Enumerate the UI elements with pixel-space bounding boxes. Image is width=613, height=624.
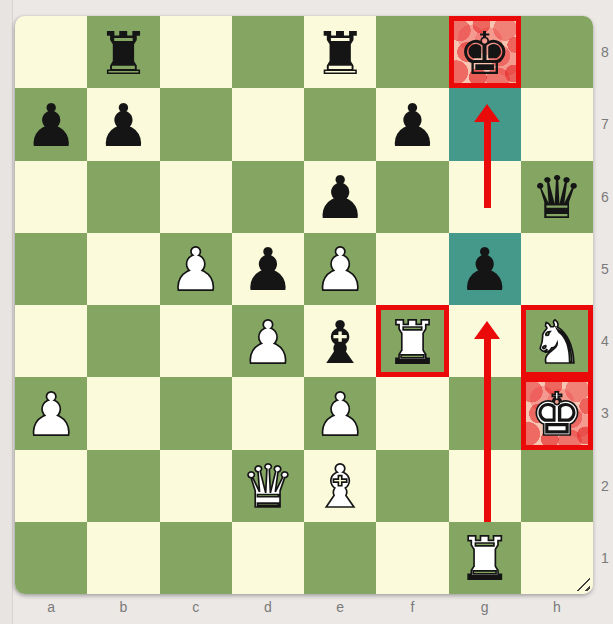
square-e5[interactable]: ♟ bbox=[304, 233, 376, 305]
square-f4[interactable]: ♜ bbox=[376, 305, 448, 377]
file-label-b: b bbox=[87, 597, 159, 617]
square-a4[interactable] bbox=[15, 305, 87, 377]
square-c1[interactable] bbox=[160, 522, 232, 594]
square-h2[interactable] bbox=[521, 450, 593, 522]
chess-board[interactable]: ♜♜♚♟♟♟♟♛♟♟♟♟♟♝♜♞♟♟♚♛♝♜ bbox=[15, 16, 593, 594]
square-a5[interactable] bbox=[15, 233, 87, 305]
square-d5[interactable]: ♟ bbox=[232, 233, 304, 305]
square-c2[interactable] bbox=[160, 450, 232, 522]
square-b5[interactable] bbox=[87, 233, 159, 305]
file-label-a: a bbox=[15, 597, 87, 617]
square-c8[interactable] bbox=[160, 16, 232, 88]
square-f8[interactable] bbox=[376, 16, 448, 88]
piece-white-pawn-a3[interactable]: ♟ bbox=[15, 377, 87, 449]
file-label-g: g bbox=[449, 597, 521, 617]
piece-black-pawn-b7[interactable]: ♟ bbox=[87, 88, 159, 160]
rank-label-5: 5 bbox=[597, 233, 613, 305]
square-f7[interactable]: ♟ bbox=[376, 88, 448, 160]
piece-white-pawn-e3[interactable]: ♟ bbox=[304, 377, 376, 449]
square-c4[interactable] bbox=[160, 305, 232, 377]
rank-label-4: 4 bbox=[597, 305, 613, 377]
square-e7[interactable] bbox=[304, 88, 376, 160]
piece-black-bishop-e4[interactable]: ♝ bbox=[304, 305, 376, 377]
square-f2[interactable] bbox=[376, 450, 448, 522]
piece-black-rook-b8[interactable]: ♜ bbox=[87, 16, 159, 88]
square-e6[interactable]: ♟ bbox=[304, 161, 376, 233]
red-arrow-shaft-g-0 bbox=[484, 120, 491, 208]
piece-black-pawn-a7[interactable]: ♟ bbox=[15, 88, 87, 160]
piece-white-queen-d2[interactable]: ♛ bbox=[232, 450, 304, 522]
piece-white-pawn-d4[interactable]: ♟ bbox=[232, 305, 304, 377]
piece-black-rook-e8[interactable]: ♜ bbox=[304, 16, 376, 88]
piece-white-knight-h4[interactable]: ♞ bbox=[521, 305, 593, 377]
square-b6[interactable] bbox=[87, 161, 159, 233]
piece-black-pawn-f7[interactable]: ♟ bbox=[376, 88, 448, 160]
rank-label-7: 7 bbox=[597, 88, 613, 160]
piece-black-king-g8[interactable]: ♚ bbox=[449, 16, 521, 88]
square-f3[interactable] bbox=[376, 377, 448, 449]
piece-white-king-h3[interactable]: ♚ bbox=[521, 377, 593, 449]
piece-white-pawn-c5[interactable]: ♟ bbox=[160, 233, 232, 305]
square-e1[interactable] bbox=[304, 522, 376, 594]
piece-white-rook-f4[interactable]: ♜ bbox=[376, 305, 448, 377]
square-g1[interactable]: ♜ bbox=[449, 522, 521, 594]
square-e3[interactable]: ♟ bbox=[304, 377, 376, 449]
red-arrow-head-g-1 bbox=[474, 321, 500, 339]
file-label-d: d bbox=[232, 597, 304, 617]
piece-black-queen-h6[interactable]: ♛ bbox=[521, 161, 593, 233]
square-e8[interactable]: ♜ bbox=[304, 16, 376, 88]
piece-white-pawn-e5[interactable]: ♟ bbox=[304, 233, 376, 305]
file-label-c: c bbox=[160, 597, 232, 617]
square-c6[interactable] bbox=[160, 161, 232, 233]
square-d3[interactable] bbox=[232, 377, 304, 449]
square-g5[interactable]: ♟ bbox=[449, 233, 521, 305]
piece-black-pawn-g5[interactable]: ♟ bbox=[449, 233, 521, 305]
red-arrow-head-g-0 bbox=[474, 104, 500, 122]
square-a3[interactable]: ♟ bbox=[15, 377, 87, 449]
file-label-h: h bbox=[521, 597, 593, 617]
square-b3[interactable] bbox=[87, 377, 159, 449]
square-f6[interactable] bbox=[376, 161, 448, 233]
square-b4[interactable] bbox=[87, 305, 159, 377]
piece-white-rook-g1[interactable]: ♜ bbox=[449, 522, 521, 594]
square-d8[interactable] bbox=[232, 16, 304, 88]
square-h8[interactable] bbox=[521, 16, 593, 88]
square-b2[interactable] bbox=[87, 450, 159, 522]
window-left-edge bbox=[0, 0, 13, 624]
rank-label-1: 1 bbox=[597, 522, 613, 594]
square-g8[interactable]: ♚ bbox=[449, 16, 521, 88]
square-a1[interactable] bbox=[15, 522, 87, 594]
red-arrow-shaft-g-1 bbox=[484, 337, 491, 522]
rank-coordinates: 87654321 bbox=[597, 16, 613, 594]
rank-label-3: 3 bbox=[597, 377, 613, 449]
square-b7[interactable]: ♟ bbox=[87, 88, 159, 160]
file-coordinates: abcdefgh bbox=[15, 597, 593, 617]
rank-label-2: 2 bbox=[597, 450, 613, 522]
square-e4[interactable]: ♝ bbox=[304, 305, 376, 377]
square-h3[interactable]: ♚ bbox=[521, 377, 593, 449]
square-d2[interactable]: ♛ bbox=[232, 450, 304, 522]
square-d7[interactable] bbox=[232, 88, 304, 160]
square-a7[interactable]: ♟ bbox=[15, 88, 87, 160]
square-d1[interactable] bbox=[232, 522, 304, 594]
square-h4[interactable]: ♞ bbox=[521, 305, 593, 377]
rank-label-8: 8 bbox=[597, 16, 613, 88]
square-f5[interactable] bbox=[376, 233, 448, 305]
square-h5[interactable] bbox=[521, 233, 593, 305]
square-d4[interactable]: ♟ bbox=[232, 305, 304, 377]
square-a6[interactable] bbox=[15, 161, 87, 233]
piece-black-pawn-e6[interactable]: ♟ bbox=[304, 161, 376, 233]
square-b8[interactable]: ♜ bbox=[87, 16, 159, 88]
square-c7[interactable] bbox=[160, 88, 232, 160]
file-label-f: f bbox=[376, 597, 448, 617]
piece-black-pawn-d5[interactable]: ♟ bbox=[232, 233, 304, 305]
square-h1[interactable] bbox=[521, 522, 593, 594]
square-c5[interactable]: ♟ bbox=[160, 233, 232, 305]
square-b1[interactable] bbox=[87, 522, 159, 594]
square-e2[interactable]: ♝ bbox=[304, 450, 376, 522]
rank-label-6: 6 bbox=[597, 161, 613, 233]
square-d6[interactable] bbox=[232, 161, 304, 233]
piece-white-bishop-e2[interactable]: ♝ bbox=[304, 450, 376, 522]
square-a2[interactable] bbox=[15, 450, 87, 522]
file-label-e: e bbox=[304, 597, 376, 617]
square-h6[interactable]: ♛ bbox=[521, 161, 593, 233]
square-c3[interactable] bbox=[160, 377, 232, 449]
square-h7[interactable] bbox=[521, 88, 593, 160]
square-f1[interactable] bbox=[376, 522, 448, 594]
square-a8[interactable] bbox=[15, 16, 87, 88]
